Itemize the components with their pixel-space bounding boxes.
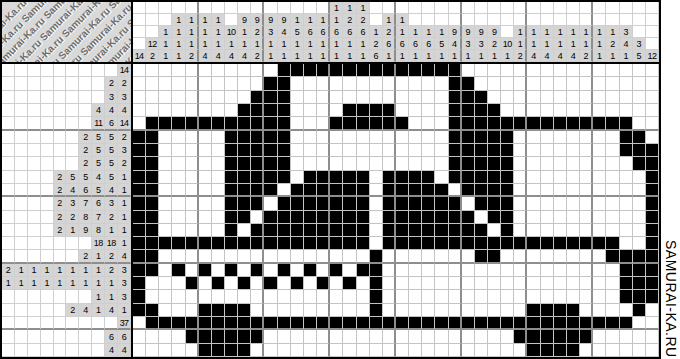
grid-cell[interactable]: [567, 264, 580, 277]
grid-cell[interactable]: [330, 77, 343, 90]
grid-cell[interactable]: [357, 144, 370, 157]
grid-cell[interactable]: [383, 91, 396, 104]
grid-cell[interactable]: [580, 277, 593, 290]
grid-cell[interactable]: [527, 197, 540, 210]
grid-cell[interactable]: [357, 304, 370, 317]
grid-cell[interactable]: [435, 144, 448, 157]
grid-cell[interactable]: [146, 117, 159, 130]
grid-cell[interactable]: [238, 64, 251, 77]
grid-cell[interactable]: [251, 250, 264, 263]
grid-cell[interactable]: [212, 330, 225, 343]
grid-cell[interactable]: [146, 237, 159, 250]
grid-cell[interactable]: [606, 304, 619, 317]
grid-cell[interactable]: [317, 211, 330, 224]
grid-cell[interactable]: [159, 117, 172, 130]
grid-cell[interactable]: [541, 91, 554, 104]
grid-cell[interactable]: [501, 77, 514, 90]
grid-cell[interactable]: [541, 117, 554, 130]
grid-cell[interactable]: [370, 264, 383, 277]
grid-cell[interactable]: [357, 250, 370, 263]
grid-cell[interactable]: [422, 64, 435, 77]
grid-cell[interactable]: [251, 290, 264, 303]
grid-cell[interactable]: [449, 91, 462, 104]
grid-cell[interactable]: [172, 330, 185, 343]
grid-cell[interactable]: [554, 290, 567, 303]
grid-cell[interactable]: [278, 144, 291, 157]
grid-cell[interactable]: [449, 330, 462, 343]
grid-cell[interactable]: [501, 250, 514, 263]
grid-cell[interactable]: [343, 344, 356, 357]
grid-cell[interactable]: [646, 211, 659, 224]
grid-cell[interactable]: [343, 290, 356, 303]
grid-cell[interactable]: [606, 77, 619, 90]
grid-cell[interactable]: [620, 277, 633, 290]
grid-cell[interactable]: [409, 144, 422, 157]
grid-cell[interactable]: [159, 91, 172, 104]
grid-cell[interactable]: [646, 91, 659, 104]
grid-cell[interactable]: [488, 264, 501, 277]
grid-cell[interactable]: [383, 171, 396, 184]
grid-cell[interactable]: [172, 117, 185, 130]
grid-cell[interactable]: [238, 317, 251, 330]
grid-cell[interactable]: [488, 144, 501, 157]
grid-cell[interactable]: [278, 250, 291, 263]
grid-cell[interactable]: [475, 64, 488, 77]
grid-cell[interactable]: [304, 211, 317, 224]
grid-cell[interactable]: [501, 277, 514, 290]
grid-cell[interactable]: [357, 264, 370, 277]
grid-cell[interactable]: [554, 304, 567, 317]
grid-cell[interactable]: [186, 157, 199, 170]
grid-cell[interactable]: [422, 344, 435, 357]
grid-cell[interactable]: [186, 317, 199, 330]
grid-cell[interactable]: [343, 77, 356, 90]
grid-cell[interactable]: [501, 144, 514, 157]
grid-cell[interactable]: [488, 131, 501, 144]
grid-cell[interactable]: [225, 290, 238, 303]
grid-cell[interactable]: [633, 317, 646, 330]
grid-cell[interactable]: [317, 197, 330, 210]
grid-cell[interactable]: [488, 237, 501, 250]
grid-cell[interactable]: [554, 250, 567, 263]
grid-cell[interactable]: [501, 317, 514, 330]
grid-cell[interactable]: [541, 290, 554, 303]
grid-cell[interactable]: [146, 277, 159, 290]
grid-cell[interactable]: [488, 330, 501, 343]
grid-cell[interactable]: [199, 91, 212, 104]
grid-cell[interactable]: [633, 144, 646, 157]
grid-cell[interactable]: [409, 77, 422, 90]
grid-cell[interactable]: [396, 224, 409, 237]
grid-cell[interactable]: [475, 157, 488, 170]
grid-cell[interactable]: [488, 304, 501, 317]
grid-cell[interactable]: [146, 144, 159, 157]
grid-cell[interactable]: [514, 224, 527, 237]
grid-cell[interactable]: [291, 104, 304, 117]
grid-cell[interactable]: [264, 344, 277, 357]
grid-cell[interactable]: [514, 250, 527, 263]
grid-cell[interactable]: [357, 157, 370, 170]
grid-cell[interactable]: [278, 171, 291, 184]
grid-cell[interactable]: [541, 317, 554, 330]
grid-cell[interactable]: [133, 77, 146, 90]
grid-cell[interactable]: [264, 131, 277, 144]
grid-cell[interactable]: [186, 330, 199, 343]
grid-cell[interactable]: [620, 144, 633, 157]
grid-cell[interactable]: [317, 330, 330, 343]
grid-cell[interactable]: [646, 344, 659, 357]
grid-cell[interactable]: [199, 64, 212, 77]
grid-cell[interactable]: [291, 237, 304, 250]
grid-cell[interactable]: [580, 317, 593, 330]
grid-cell[interactable]: [409, 344, 422, 357]
grid-cell[interactable]: [554, 224, 567, 237]
grid-cell[interactable]: [304, 237, 317, 250]
grid-cell[interactable]: [435, 290, 448, 303]
grid-cell[interactable]: [580, 64, 593, 77]
grid-cell[interactable]: [291, 91, 304, 104]
grid-cell[interactable]: [383, 250, 396, 263]
grid-cell[interactable]: [304, 317, 317, 330]
grid-cell[interactable]: [264, 77, 277, 90]
grid-cell[interactable]: [633, 131, 646, 144]
grid-cell[interactable]: [514, 171, 527, 184]
grid-cell[interactable]: [422, 250, 435, 263]
grid-cell[interactable]: [396, 250, 409, 263]
grid-cell[interactable]: [212, 64, 225, 77]
grid-cell[interactable]: [172, 144, 185, 157]
grid-cell[interactable]: [330, 211, 343, 224]
grid-cell[interactable]: [317, 184, 330, 197]
grid-cell[interactable]: [409, 304, 422, 317]
grid-cell[interactable]: [304, 117, 317, 130]
grid-cell[interactable]: [291, 277, 304, 290]
grid-cell[interactable]: [357, 91, 370, 104]
grid-cell[interactable]: [251, 344, 264, 357]
grid-cell[interactable]: [278, 224, 291, 237]
grid-cell[interactable]: [383, 224, 396, 237]
grid-cell[interactable]: [199, 317, 212, 330]
grid-cell[interactable]: [343, 304, 356, 317]
grid-cell[interactable]: [514, 197, 527, 210]
grid-cell[interactable]: [488, 77, 501, 90]
grid-cell[interactable]: [330, 117, 343, 130]
grid-cell[interactable]: [475, 91, 488, 104]
grid-cell[interactable]: [186, 144, 199, 157]
grid-cell[interactable]: [133, 104, 146, 117]
grid-cell[interactable]: [475, 290, 488, 303]
grid-cell[interactable]: [554, 91, 567, 104]
grid-cell[interactable]: [580, 224, 593, 237]
grid-cell[interactable]: [212, 117, 225, 130]
grid-cell[interactable]: [409, 264, 422, 277]
grid-cell[interactable]: [554, 330, 567, 343]
grid-cell[interactable]: [488, 171, 501, 184]
grid-cell[interactable]: [172, 171, 185, 184]
grid-cell[interactable]: [186, 184, 199, 197]
grid-cell[interactable]: [159, 184, 172, 197]
grid-cell[interactable]: [238, 77, 251, 90]
grid-cell[interactable]: [580, 330, 593, 343]
grid-cell[interactable]: [620, 64, 633, 77]
grid-cell[interactable]: [541, 264, 554, 277]
grid-cell[interactable]: [620, 330, 633, 343]
grid-cell[interactable]: [199, 264, 212, 277]
grid-cell[interactable]: [554, 211, 567, 224]
grid-cell[interactable]: [383, 304, 396, 317]
grid-cell[interactable]: [514, 131, 527, 144]
grid-cell[interactable]: [541, 64, 554, 77]
grid-cell[interactable]: [225, 171, 238, 184]
grid-cell[interactable]: [580, 184, 593, 197]
grid-cell[interactable]: [357, 64, 370, 77]
grid-cell[interactable]: [278, 211, 291, 224]
grid-cell[interactable]: [606, 237, 619, 250]
grid-cell[interactable]: [172, 157, 185, 170]
grid-cell[interactable]: [567, 211, 580, 224]
grid-cell[interactable]: [620, 104, 633, 117]
grid-cell[interactable]: [186, 197, 199, 210]
grid-cell[interactable]: [409, 211, 422, 224]
grid-cell[interactable]: [317, 117, 330, 130]
grid-cell[interactable]: [593, 197, 606, 210]
grid-cell[interactable]: [159, 77, 172, 90]
grid-cell[interactable]: [225, 77, 238, 90]
grid-cell[interactable]: [606, 184, 619, 197]
grid-cell[interactable]: [435, 117, 448, 130]
grid-cell[interactable]: [186, 264, 199, 277]
grid-cell[interactable]: [449, 171, 462, 184]
grid-cell[interactable]: [514, 184, 527, 197]
grid-cell[interactable]: [172, 64, 185, 77]
grid-cell[interactable]: [593, 317, 606, 330]
grid-cell[interactable]: [396, 330, 409, 343]
grid-cell[interactable]: [633, 197, 646, 210]
grid-cell[interactable]: [264, 277, 277, 290]
grid-cell[interactable]: [212, 144, 225, 157]
grid-cell[interactable]: [633, 91, 646, 104]
grid-cell[interactable]: [304, 344, 317, 357]
grid-cell[interactable]: [133, 117, 146, 130]
grid-cell[interactable]: [225, 224, 238, 237]
grid-cell[interactable]: [370, 117, 383, 130]
grid-cell[interactable]: [383, 317, 396, 330]
grid-cell[interactable]: [343, 264, 356, 277]
grid-cell[interactable]: [422, 144, 435, 157]
grid-cell[interactable]: [422, 290, 435, 303]
grid-cell[interactable]: [409, 197, 422, 210]
grid-cell[interactable]: [606, 117, 619, 130]
grid-cell[interactable]: [343, 224, 356, 237]
grid-cell[interactable]: [172, 104, 185, 117]
grid-cell[interactable]: [186, 131, 199, 144]
grid-cell[interactable]: [606, 224, 619, 237]
grid-cell[interactable]: [199, 104, 212, 117]
grid-cell[interactable]: [212, 77, 225, 90]
grid-cell[interactable]: [606, 104, 619, 117]
grid-cell[interactable]: [396, 64, 409, 77]
grid-cell[interactable]: [593, 91, 606, 104]
grid-cell[interactable]: [449, 344, 462, 357]
grid-cell[interactable]: [133, 317, 146, 330]
grid-cell[interactable]: [580, 237, 593, 250]
grid-cell[interactable]: [383, 131, 396, 144]
grid-cell[interactable]: [593, 264, 606, 277]
grid-cell[interactable]: [343, 250, 356, 263]
grid-cell[interactable]: [146, 264, 159, 277]
grid-cell[interactable]: [225, 317, 238, 330]
grid-cell[interactable]: [370, 277, 383, 290]
grid-cell[interactable]: [527, 264, 540, 277]
grid-cell[interactable]: [435, 304, 448, 317]
grid-cell[interactable]: [475, 104, 488, 117]
grid-cell[interactable]: [488, 224, 501, 237]
grid-cell[interactable]: [554, 144, 567, 157]
grid-cell[interactable]: [501, 91, 514, 104]
grid-cell[interactable]: [212, 264, 225, 277]
grid-cell[interactable]: [133, 157, 146, 170]
grid-cell[interactable]: [514, 77, 527, 90]
grid-cell[interactable]: [212, 157, 225, 170]
grid-cell[interactable]: [475, 131, 488, 144]
grid-cell[interactable]: [593, 250, 606, 263]
grid-cell[interactable]: [172, 237, 185, 250]
grid-cell[interactable]: [278, 157, 291, 170]
grid-cell[interactable]: [435, 330, 448, 343]
grid-cell[interactable]: [357, 131, 370, 144]
grid-cell[interactable]: [527, 104, 540, 117]
grid-cell[interactable]: [370, 330, 383, 343]
grid-cell[interactable]: [159, 264, 172, 277]
grid-cell[interactable]: [199, 237, 212, 250]
grid-cell[interactable]: [291, 317, 304, 330]
grid-cell[interactable]: [278, 91, 291, 104]
grid-cell[interactable]: [186, 277, 199, 290]
grid-cell[interactable]: [475, 344, 488, 357]
grid-cell[interactable]: [514, 237, 527, 250]
grid-cell[interactable]: [238, 157, 251, 170]
grid-cell[interactable]: [567, 197, 580, 210]
grid-cell[interactable]: [146, 91, 159, 104]
grid-cell[interactable]: [199, 290, 212, 303]
grid-cell[interactable]: [606, 344, 619, 357]
grid-cell[interactable]: [383, 290, 396, 303]
grid-cell[interactable]: [199, 131, 212, 144]
grid-cell[interactable]: [620, 250, 633, 263]
grid-cell[interactable]: [264, 117, 277, 130]
grid-cell[interactable]: [238, 117, 251, 130]
grid-cell[interactable]: [462, 197, 475, 210]
grid-cell[interactable]: [343, 184, 356, 197]
grid-cell[interactable]: [357, 344, 370, 357]
grid-cell[interactable]: [264, 211, 277, 224]
grid-cell[interactable]: [133, 224, 146, 237]
grid-cell[interactable]: [409, 290, 422, 303]
grid-cell[interactable]: [567, 117, 580, 130]
grid-cell[interactable]: [225, 157, 238, 170]
grid-cell[interactable]: [514, 264, 527, 277]
grid-cell[interactable]: [462, 211, 475, 224]
grid-cell[interactable]: [357, 171, 370, 184]
grid-cell[interactable]: [409, 104, 422, 117]
grid-cell[interactable]: [251, 91, 264, 104]
grid-cell[interactable]: [370, 211, 383, 224]
grid-cell[interactable]: [212, 91, 225, 104]
grid-cell[interactable]: [462, 157, 475, 170]
grid-cell[interactable]: [383, 104, 396, 117]
grid-cell[interactable]: [541, 184, 554, 197]
grid-cell[interactable]: [580, 304, 593, 317]
grid-cell[interactable]: [593, 277, 606, 290]
grid-cell[interactable]: [422, 277, 435, 290]
grid-cell[interactable]: [133, 171, 146, 184]
grid-cell[interactable]: [422, 117, 435, 130]
grid-cell[interactable]: [330, 224, 343, 237]
grid-cell[interactable]: [304, 91, 317, 104]
grid-cell[interactable]: [186, 64, 199, 77]
grid-cell[interactable]: [580, 91, 593, 104]
grid-cell[interactable]: [409, 64, 422, 77]
grid-cell[interactable]: [462, 77, 475, 90]
grid-cell[interactable]: [396, 91, 409, 104]
grid-cell[interactable]: [527, 117, 540, 130]
grid-cell[interactable]: [357, 77, 370, 90]
grid-cell[interactable]: [646, 77, 659, 90]
grid-cell[interactable]: [304, 197, 317, 210]
grid-cell[interactable]: [172, 317, 185, 330]
grid-cell[interactable]: [449, 211, 462, 224]
grid-cell[interactable]: [396, 264, 409, 277]
grid-cell[interactable]: [422, 224, 435, 237]
grid-cell[interactable]: [396, 344, 409, 357]
grid-cell[interactable]: [212, 211, 225, 224]
grid-cell[interactable]: [646, 264, 659, 277]
grid-cell[interactable]: [304, 144, 317, 157]
grid-cell[interactable]: [225, 330, 238, 343]
grid-cell[interactable]: [278, 344, 291, 357]
grid-cell[interactable]: [212, 184, 225, 197]
grid-cell[interactable]: [264, 304, 277, 317]
grid-cell[interactable]: [133, 91, 146, 104]
grid-cell[interactable]: [475, 277, 488, 290]
grid-cell[interactable]: [409, 131, 422, 144]
grid-cell[interactable]: [567, 131, 580, 144]
grid-cell[interactable]: [409, 277, 422, 290]
grid-cell[interactable]: [186, 224, 199, 237]
grid-cell[interactable]: [383, 344, 396, 357]
grid-cell[interactable]: [527, 77, 540, 90]
grid-cell[interactable]: [567, 317, 580, 330]
grid-cell[interactable]: [593, 290, 606, 303]
grid-cell[interactable]: [449, 277, 462, 290]
grid-cell[interactable]: [383, 264, 396, 277]
grid-cell[interactable]: [238, 104, 251, 117]
grid-cell[interactable]: [199, 277, 212, 290]
grid-cell[interactable]: [567, 290, 580, 303]
grid-cell[interactable]: [357, 117, 370, 130]
grid-cell[interactable]: [541, 304, 554, 317]
grid-cell[interactable]: [593, 237, 606, 250]
grid-cell[interactable]: [541, 237, 554, 250]
grid-cell[interactable]: [330, 184, 343, 197]
grid-cell[interactable]: [172, 277, 185, 290]
grid-cell[interactable]: [462, 64, 475, 77]
grid-cell[interactable]: [159, 344, 172, 357]
grid-cell[interactable]: [646, 171, 659, 184]
grid-cell[interactable]: [567, 157, 580, 170]
grid-cell[interactable]: [435, 64, 448, 77]
grid-cell[interactable]: [580, 157, 593, 170]
